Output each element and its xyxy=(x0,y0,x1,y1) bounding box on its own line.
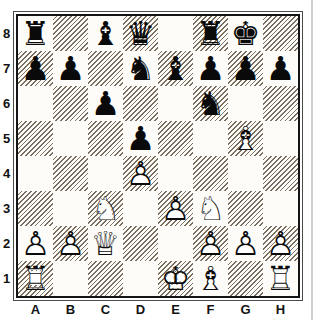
square-b3[interactable] xyxy=(53,191,88,226)
square-e4[interactable] xyxy=(158,156,193,191)
square-a3[interactable] xyxy=(18,191,53,226)
square-a5[interactable] xyxy=(18,121,53,156)
square-d8[interactable]: ♛ xyxy=(123,16,158,51)
square-d2[interactable] xyxy=(123,226,158,261)
scan-edge-shadow xyxy=(311,0,313,320)
rank-label-6: 6 xyxy=(0,86,13,121)
white-knight-fill: ♞ xyxy=(88,191,123,226)
white-rook-fill: ♜ xyxy=(18,261,53,296)
white-bishop-fill: ♝ xyxy=(228,121,263,156)
white-pawn-fill: ♟ xyxy=(228,226,263,261)
white-king-fill: ♚ xyxy=(158,261,193,296)
square-c8[interactable]: ♝ xyxy=(88,16,123,51)
square-h6[interactable] xyxy=(263,86,298,121)
square-g5[interactable]: ♝♗ xyxy=(228,121,263,156)
black-rook: ♜ xyxy=(193,16,228,51)
black-pawn: ♟ xyxy=(53,51,88,86)
black-knight: ♞ xyxy=(193,86,228,121)
file-label-a: A xyxy=(18,301,53,318)
square-h8[interactable] xyxy=(263,16,298,51)
file-label-d: D xyxy=(123,301,158,318)
white-knight-fill: ♞ xyxy=(193,191,228,226)
square-e2[interactable] xyxy=(158,226,193,261)
square-c3[interactable]: ♞♘ xyxy=(88,191,123,226)
rank-label-7: 7 xyxy=(0,51,13,86)
square-a8[interactable]: ♜ xyxy=(18,16,53,51)
square-c2[interactable]: ♛♕ xyxy=(88,226,123,261)
black-pawn: ♟ xyxy=(88,86,123,121)
square-c1[interactable] xyxy=(88,261,123,296)
chess-board: ♜♝♛♜♚♟♟♞♝♟♟♟♟♞♟♝♗♟♙♞♘♟♙♞♘♟♙♟♙♛♕♟♙♟♙♟♙♜♖♚… xyxy=(18,16,298,296)
board-frame: ♜♝♛♜♚♟♟♞♝♟♟♟♟♞♟♝♗♟♙♞♘♟♙♞♘♟♙♟♙♛♕♟♙♟♙♟♙♜♖♚… xyxy=(13,11,303,301)
black-bishop: ♝ xyxy=(158,51,193,86)
square-g2[interactable]: ♟♙ xyxy=(228,226,263,261)
square-e5[interactable] xyxy=(158,121,193,156)
white-rook: ♖ xyxy=(263,261,298,296)
square-g8[interactable]: ♚ xyxy=(228,16,263,51)
square-b5[interactable] xyxy=(53,121,88,156)
white-rook-fill: ♜ xyxy=(263,261,298,296)
square-g6[interactable] xyxy=(228,86,263,121)
white-rook: ♖ xyxy=(18,261,53,296)
square-d3[interactable] xyxy=(123,191,158,226)
rank-label-1: 1 xyxy=(0,261,13,296)
black-pawn: ♟ xyxy=(193,51,228,86)
square-e1[interactable]: ♚♔ xyxy=(158,261,193,296)
white-pawn: ♙ xyxy=(158,191,193,226)
square-f4[interactable] xyxy=(193,156,228,191)
square-f1[interactable]: ♝♗ xyxy=(193,261,228,296)
black-pawn: ♟ xyxy=(18,51,53,86)
square-f2[interactable]: ♟♙ xyxy=(193,226,228,261)
black-queen: ♛ xyxy=(123,16,158,51)
white-queen: ♕ xyxy=(88,226,123,261)
square-f7[interactable]: ♟ xyxy=(193,51,228,86)
square-f8[interactable]: ♜ xyxy=(193,16,228,51)
white-pawn: ♙ xyxy=(18,226,53,261)
square-d4[interactable]: ♟♙ xyxy=(123,156,158,191)
square-f5[interactable] xyxy=(193,121,228,156)
black-pawn: ♟ xyxy=(123,121,158,156)
white-pawn-fill: ♟ xyxy=(263,226,298,261)
white-bishop-fill: ♝ xyxy=(193,261,228,296)
square-h5[interactable] xyxy=(263,121,298,156)
white-pawn-fill: ♟ xyxy=(158,191,193,226)
square-g3[interactable] xyxy=(228,191,263,226)
square-c7[interactable] xyxy=(88,51,123,86)
square-b8[interactable] xyxy=(53,16,88,51)
white-queen-fill: ♛ xyxy=(88,226,123,261)
white-bishop: ♗ xyxy=(228,121,263,156)
white-knight: ♘ xyxy=(88,191,123,226)
file-label-f: F xyxy=(193,301,228,318)
board-frame-inner: ♜♝♛♜♚♟♟♞♝♟♟♟♟♞♟♝♗♟♙♞♘♟♙♞♘♟♙♟♙♛♕♟♙♟♙♟♙♜♖♚… xyxy=(16,14,300,298)
square-f3[interactable]: ♞♘ xyxy=(193,191,228,226)
square-d7[interactable]: ♞ xyxy=(123,51,158,86)
square-e8[interactable] xyxy=(158,16,193,51)
square-a4[interactable] xyxy=(18,156,53,191)
file-label-h: H xyxy=(263,301,298,318)
white-pawn: ♙ xyxy=(53,226,88,261)
square-h4[interactable] xyxy=(263,156,298,191)
square-b7[interactable]: ♟ xyxy=(53,51,88,86)
square-h7[interactable]: ♟ xyxy=(263,51,298,86)
white-king: ♔ xyxy=(158,261,193,296)
square-e7[interactable]: ♝ xyxy=(158,51,193,86)
file-labels: ABCDEFGH xyxy=(18,301,298,318)
white-pawn: ♙ xyxy=(228,226,263,261)
square-c4[interactable] xyxy=(88,156,123,191)
square-a2[interactable]: ♟♙ xyxy=(18,226,53,261)
square-a6[interactable] xyxy=(18,86,53,121)
black-pawn: ♟ xyxy=(228,51,263,86)
square-d5[interactable]: ♟ xyxy=(123,121,158,156)
square-b2[interactable]: ♟♙ xyxy=(53,226,88,261)
file-label-c: C xyxy=(88,301,123,318)
square-b1[interactable] xyxy=(53,261,88,296)
rank-label-5: 5 xyxy=(0,121,13,156)
square-h3[interactable] xyxy=(263,191,298,226)
black-knight: ♞ xyxy=(123,51,158,86)
rank-labels: 87654321 xyxy=(0,16,13,296)
white-bishop: ♗ xyxy=(193,261,228,296)
white-pawn-fill: ♟ xyxy=(123,156,158,191)
square-g1[interactable] xyxy=(228,261,263,296)
square-g7[interactable]: ♟ xyxy=(228,51,263,86)
black-pawn: ♟ xyxy=(263,51,298,86)
square-e6[interactable] xyxy=(158,86,193,121)
square-a7[interactable]: ♟ xyxy=(18,51,53,86)
rank-label-8: 8 xyxy=(0,16,13,51)
file-label-g: G xyxy=(228,301,263,318)
square-h2[interactable]: ♟♙ xyxy=(263,226,298,261)
square-e3[interactable]: ♟♙ xyxy=(158,191,193,226)
square-f6[interactable]: ♞ xyxy=(193,86,228,121)
square-d6[interactable] xyxy=(123,86,158,121)
square-b6[interactable] xyxy=(53,86,88,121)
black-rook: ♜ xyxy=(18,16,53,51)
chess-diagram-page: 87654321 ♜♝♛♜♚♟♟♞♝♟♟♟♟♞♟♝♗♟♙♞♘♟♙♞♘♟♙♟♙♛♕… xyxy=(0,0,314,320)
white-pawn: ♙ xyxy=(263,226,298,261)
square-c6[interactable]: ♟ xyxy=(88,86,123,121)
rank-label-2: 2 xyxy=(0,226,13,261)
square-h1[interactable]: ♜♖ xyxy=(263,261,298,296)
white-knight: ♘ xyxy=(193,191,228,226)
white-pawn: ♙ xyxy=(193,226,228,261)
black-king: ♚ xyxy=(228,16,263,51)
square-a1[interactable]: ♜♖ xyxy=(18,261,53,296)
file-label-e: E xyxy=(158,301,193,318)
black-bishop: ♝ xyxy=(88,16,123,51)
file-label-b: B xyxy=(53,301,88,318)
square-d1[interactable] xyxy=(123,261,158,296)
square-g4[interactable] xyxy=(228,156,263,191)
white-pawn: ♙ xyxy=(123,156,158,191)
square-c5[interactable] xyxy=(88,121,123,156)
rank-label-4: 4 xyxy=(0,156,13,191)
white-pawn-fill: ♟ xyxy=(18,226,53,261)
white-pawn-fill: ♟ xyxy=(53,226,88,261)
white-pawn-fill: ♟ xyxy=(193,226,228,261)
rank-label-3: 3 xyxy=(0,191,13,226)
square-b4[interactable] xyxy=(53,156,88,191)
